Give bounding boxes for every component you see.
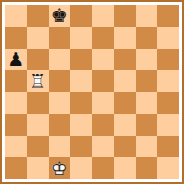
square-h7[interactable] xyxy=(157,27,179,49)
square-a4[interactable] xyxy=(5,92,27,114)
square-d1[interactable] xyxy=(70,157,92,179)
square-a2[interactable] xyxy=(5,136,27,158)
square-b7[interactable] xyxy=(27,27,49,49)
square-h6[interactable] xyxy=(157,49,179,71)
white-rook-fill: ♜ xyxy=(27,70,49,92)
square-g7[interactable] xyxy=(136,27,158,49)
square-b3[interactable] xyxy=(27,114,49,136)
square-g6[interactable] xyxy=(136,49,158,71)
square-b8[interactable] xyxy=(27,5,49,27)
square-a7[interactable] xyxy=(5,27,27,49)
square-c4[interactable] xyxy=(49,92,71,114)
square-a3[interactable] xyxy=(5,114,27,136)
square-d5[interactable] xyxy=(70,70,92,92)
piece-black-king-c8[interactable]: ♚ xyxy=(49,5,71,27)
square-g2[interactable] xyxy=(136,136,158,158)
square-h4[interactable] xyxy=(157,92,179,114)
square-g5[interactable] xyxy=(136,70,158,92)
square-e7[interactable] xyxy=(92,27,114,49)
square-e8[interactable] xyxy=(92,5,114,27)
square-f7[interactable] xyxy=(114,27,136,49)
square-b6[interactable] xyxy=(27,49,49,71)
square-e4[interactable] xyxy=(92,92,114,114)
square-f1[interactable] xyxy=(114,157,136,179)
square-d7[interactable] xyxy=(70,27,92,49)
square-a5[interactable] xyxy=(5,70,27,92)
square-g3[interactable] xyxy=(136,114,158,136)
square-e2[interactable] xyxy=(92,136,114,158)
square-b1[interactable] xyxy=(27,157,49,179)
piece-white-rook-b5[interactable]: ♖ xyxy=(27,70,49,92)
square-c3[interactable] xyxy=(49,114,71,136)
square-h8[interactable] xyxy=(157,5,179,27)
square-e3[interactable] xyxy=(92,114,114,136)
chess-board: ♚♟♜♖♚♔ xyxy=(5,5,179,179)
square-c5[interactable] xyxy=(49,70,71,92)
piece-black-pawn-a6[interactable]: ♟ xyxy=(5,49,27,71)
square-d4[interactable] xyxy=(70,92,92,114)
square-c2[interactable] xyxy=(49,136,71,158)
square-c1[interactable]: ♚♔ xyxy=(49,157,71,179)
square-h5[interactable] xyxy=(157,70,179,92)
square-b4[interactable] xyxy=(27,92,49,114)
square-c6[interactable] xyxy=(49,49,71,71)
square-f2[interactable] xyxy=(114,136,136,158)
square-c8[interactable]: ♚ xyxy=(49,5,71,27)
square-b5[interactable]: ♜♖ xyxy=(27,70,49,92)
piece-white-king-c1[interactable]: ♔ xyxy=(49,157,71,179)
square-e5[interactable] xyxy=(92,70,114,92)
white-king-fill: ♚ xyxy=(49,157,71,179)
square-a1[interactable] xyxy=(5,157,27,179)
square-b2[interactable] xyxy=(27,136,49,158)
square-f4[interactable] xyxy=(114,92,136,114)
square-d6[interactable] xyxy=(70,49,92,71)
square-g1[interactable] xyxy=(136,157,158,179)
square-a6[interactable]: ♟ xyxy=(5,49,27,71)
square-f6[interactable] xyxy=(114,49,136,71)
square-h1[interactable] xyxy=(157,157,179,179)
square-d3[interactable] xyxy=(70,114,92,136)
square-d2[interactable] xyxy=(70,136,92,158)
square-g4[interactable] xyxy=(136,92,158,114)
chess-board-frame: ♚♟♜♖♚♔ xyxy=(0,0,184,184)
square-e6[interactable] xyxy=(92,49,114,71)
square-g8[interactable] xyxy=(136,5,158,27)
square-e1[interactable] xyxy=(92,157,114,179)
square-a8[interactable] xyxy=(5,5,27,27)
square-h3[interactable] xyxy=(157,114,179,136)
square-c7[interactable] xyxy=(49,27,71,49)
square-f8[interactable] xyxy=(114,5,136,27)
square-h2[interactable] xyxy=(157,136,179,158)
square-f3[interactable] xyxy=(114,114,136,136)
square-f5[interactable] xyxy=(114,70,136,92)
square-d8[interactable] xyxy=(70,5,92,27)
